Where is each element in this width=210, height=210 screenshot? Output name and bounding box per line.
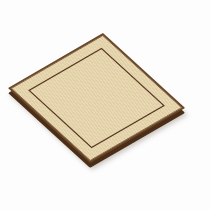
chess-set-photo (0, 0, 210, 210)
wood-grain-overlay (11, 35, 182, 161)
chess-board (8, 33, 185, 163)
